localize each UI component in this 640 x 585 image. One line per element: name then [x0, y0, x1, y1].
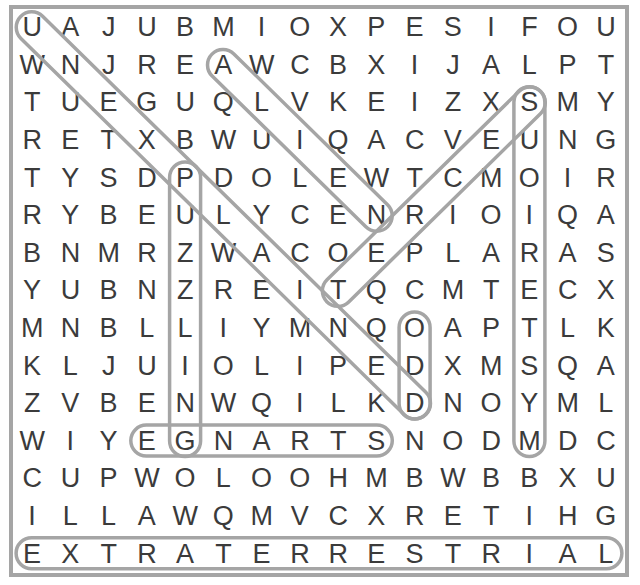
grid-cell-r15c14[interactable]: I [510, 535, 548, 573]
grid-cell-r4c13[interactable]: E [472, 122, 510, 160]
grid-cell-r9c6[interactable]: I [204, 310, 242, 348]
grid-cell-r1c14[interactable]: F [510, 9, 548, 47]
grid-cell-r15c9[interactable]: R [319, 535, 357, 573]
grid-cell-r10c16[interactable]: A [587, 347, 625, 385]
grid-cell-r10c2[interactable]: L [51, 347, 89, 385]
grid-cell-r5c15[interactable]: I [549, 159, 587, 197]
grid-cell-r9c2[interactable]: N [51, 310, 89, 348]
grid-cell-r4c5[interactable]: B [166, 122, 204, 160]
grid-cell-r9c12[interactable]: A [434, 310, 472, 348]
grid-cell-r6c2[interactable]: Y [51, 197, 89, 235]
grid-cell-r11c11[interactable]: D [396, 385, 434, 423]
grid-cell-r8c15[interactable]: C [549, 272, 587, 310]
grid-cell-r5c14[interactable]: O [510, 159, 548, 197]
grid-cell-r11c14[interactable]: Y [510, 385, 548, 423]
grid-cell-r4c4[interactable]: X [128, 122, 166, 160]
grid-cell-r15c1[interactable]: E [13, 535, 51, 573]
grid-cell-r12c14[interactable]: M [510, 423, 548, 461]
grid-cell-r14c11[interactable]: R [396, 498, 434, 536]
grid-cell-r14c5[interactable]: W [166, 498, 204, 536]
grid-cell-r13c9[interactable]: H [319, 460, 357, 498]
grid-cell-r5c8[interactable]: L [281, 159, 319, 197]
grid-cell-r10c12[interactable]: X [434, 347, 472, 385]
grid-cell-r7c2[interactable]: N [51, 235, 89, 273]
grid-cell-r2c4[interactable]: R [128, 47, 166, 85]
grid-cell-r1c16[interactable]: U [587, 9, 625, 47]
grid-cell-r10c5[interactable]: I [166, 347, 204, 385]
grid-cell-r3c2[interactable]: U [51, 84, 89, 122]
grid-cell-r14c1[interactable]: I [13, 498, 51, 536]
grid-cell-r14c4[interactable]: A [128, 498, 166, 536]
grid-cell-r9c13[interactable]: P [472, 310, 510, 348]
grid-cell-r2c5[interactable]: E [166, 47, 204, 85]
grid-cell-r5c7[interactable]: O [243, 159, 281, 197]
grid-cell-r8c5[interactable]: Z [166, 272, 204, 310]
grid-cell-r11c6[interactable]: W [204, 385, 242, 423]
grid-cell-r2c3[interactable]: J [90, 47, 128, 85]
grid-cell-r10c9[interactable]: P [319, 347, 357, 385]
grid-cell-r13c10[interactable]: M [357, 460, 395, 498]
grid-cell-r5c10[interactable]: W [357, 159, 395, 197]
grid-cell-r10c8[interactable]: I [281, 347, 319, 385]
grid-cell-r4c15[interactable]: N [549, 122, 587, 160]
grid-cell-r1c9[interactable]: X [319, 9, 357, 47]
grid-cell-r2c15[interactable]: P [549, 47, 587, 85]
grid-cell-r12c8[interactable]: R [281, 423, 319, 461]
grid-cell-r5c9[interactable]: E [319, 159, 357, 197]
grid-cell-r14c12[interactable]: E [434, 498, 472, 536]
grid-cell-r12c1[interactable]: W [13, 423, 51, 461]
grid-cell-r15c4[interactable]: R [128, 535, 166, 573]
grid-cell-r4c12[interactable]: V [434, 122, 472, 160]
grid-cell-r5c12[interactable]: C [434, 159, 472, 197]
grid-cell-r6c5[interactable]: U [166, 197, 204, 235]
grid-cell-r1c11[interactable]: E [396, 9, 434, 47]
grid-cell-r7c5[interactable]: Z [166, 235, 204, 273]
grid-cell-r2c14[interactable]: L [510, 47, 548, 85]
grid-cell-r10c10[interactable]: E [357, 347, 395, 385]
grid-cell-r7c9[interactable]: O [319, 235, 357, 273]
grid-cell-r13c12[interactable]: W [434, 460, 472, 498]
grid-cell-r3c7[interactable]: L [243, 84, 281, 122]
grid-cell-r4c1[interactable]: R [13, 122, 51, 160]
grid-cell-r11c1[interactable]: Z [13, 385, 51, 423]
grid-cell-r6c6[interactable]: L [204, 197, 242, 235]
grid-cell-r14c13[interactable]: T [472, 498, 510, 536]
grid-cell-r10c6[interactable]: O [204, 347, 242, 385]
grid-cell-r7c15[interactable]: A [549, 235, 587, 273]
grid-cell-r9c11[interactable]: O [396, 310, 434, 348]
puzzle-board: UAJUBMIOXPESIFOUWNJREAWCBXIJALPTTUEGUQLV… [9, 5, 629, 577]
grid-cell-r9c16[interactable]: K [587, 310, 625, 348]
grid-cell-r8c1[interactable]: Y [13, 272, 51, 310]
grid-cell-r14c9[interactable]: C [319, 498, 357, 536]
grid-cell-r13c16[interactable]: U [587, 460, 625, 498]
grid-cell-r11c9[interactable]: L [319, 385, 357, 423]
grid-cell-r4c3[interactable]: T [90, 122, 128, 160]
grid-cell-r7c11[interactable]: P [396, 235, 434, 273]
grid-cell-r14c6[interactable]: Q [204, 498, 242, 536]
grid-cell-r2c6[interactable]: A [204, 47, 242, 85]
grid-cell-r13c14[interactable]: B [510, 460, 548, 498]
grid-cell-r12c12[interactable]: O [434, 423, 472, 461]
grid-cell-r4c10[interactable]: A [357, 122, 395, 160]
grid-cell-r4c14[interactable]: U [510, 122, 548, 160]
grid-cell-r2c12[interactable]: J [434, 47, 472, 85]
grid-cell-r14c2[interactable]: L [51, 498, 89, 536]
grid-cell-r12c2[interactable]: I [51, 423, 89, 461]
grid-cell-r11c13[interactable]: O [472, 385, 510, 423]
grid-cell-r3c9[interactable]: K [319, 84, 357, 122]
grid-cell-r2c8[interactable]: C [281, 47, 319, 85]
grid-cell-r9c5[interactable]: L [166, 310, 204, 348]
grid-cell-r11c3[interactable]: B [90, 385, 128, 423]
grid-cell-r11c10[interactable]: K [357, 385, 395, 423]
grid-cell-r6c3[interactable]: B [90, 197, 128, 235]
grid-cell-r14c7[interactable]: M [243, 498, 281, 536]
grid-cell-r3c1[interactable]: T [13, 84, 51, 122]
grid-cell-r2c13[interactable]: A [472, 47, 510, 85]
grid-cell-r12c13[interactable]: D [472, 423, 510, 461]
grid-cell-r9c10[interactable]: Q [357, 310, 395, 348]
grid-cell-r11c15[interactable]: M [549, 385, 587, 423]
grid-cell-r11c2[interactable]: V [51, 385, 89, 423]
grid-cell-r3c15[interactable]: M [549, 84, 587, 122]
grid-cell-r6c11[interactable]: R [396, 197, 434, 235]
grid-cell-r2c2[interactable]: N [51, 47, 89, 85]
grid-cell-r3c10[interactable]: E [357, 84, 395, 122]
grid-cell-r15c8[interactable]: R [281, 535, 319, 573]
grid-cell-r10c1[interactable]: K [13, 347, 51, 385]
grid-cell-r3c12[interactable]: Z [434, 84, 472, 122]
grid-cell-r13c8[interactable]: O [281, 460, 319, 498]
grid-cell-r14c14[interactable]: I [510, 498, 548, 536]
grid-cell-r9c7[interactable]: Y [243, 310, 281, 348]
grid-cell-r9c15[interactable]: L [549, 310, 587, 348]
grid-cell-r6c12[interactable]: I [434, 197, 472, 235]
grid-cell-r3c5[interactable]: U [166, 84, 204, 122]
grid-cell-r10c15[interactable]: Q [549, 347, 587, 385]
grid-cell-r7c6[interactable]: W [204, 235, 242, 273]
grid-cell-r7c3[interactable]: M [90, 235, 128, 273]
grid-cell-r7c7[interactable]: A [243, 235, 281, 273]
grid-cell-r12c9[interactable]: T [319, 423, 357, 461]
grid-cell-r2c11[interactable]: I [396, 47, 434, 85]
grid-cell-r5c11[interactable]: T [396, 159, 434, 197]
grid-cell-r1c13[interactable]: I [472, 9, 510, 47]
grid-cell-r11c12[interactable]: N [434, 385, 472, 423]
grid-cell-r5c13[interactable]: M [472, 159, 510, 197]
grid-cell-r15c5[interactable]: A [166, 535, 204, 573]
grid-cell-r5c16[interactable]: R [587, 159, 625, 197]
grid-cell-r2c7[interactable]: W [243, 47, 281, 85]
grid-cell-r9c14[interactable]: T [510, 310, 548, 348]
grid-cell-r8c10[interactable]: Q [357, 272, 395, 310]
grid-cell-r5c1[interactable]: T [13, 159, 51, 197]
grid-cell-r8c12[interactable]: M [434, 272, 472, 310]
grid-cell-r3c11[interactable]: I [396, 84, 434, 122]
grid-cell-r13c15[interactable]: X [549, 460, 587, 498]
grid-cell-r8c2[interactable]: U [51, 272, 89, 310]
grid-cell-r11c7[interactable]: Q [243, 385, 281, 423]
grid-cell-r10c14[interactable]: S [510, 347, 548, 385]
grid-cell-r8c16[interactable]: X [587, 272, 625, 310]
grid-cell-r8c4[interactable]: N [128, 272, 166, 310]
grid-cell-r10c4[interactable]: U [128, 347, 166, 385]
grid-cell-r15c15[interactable]: A [549, 535, 587, 573]
grid-cell-r10c3[interactable]: J [90, 347, 128, 385]
grid-cell-r6c15[interactable]: Q [549, 197, 587, 235]
grid-cell-r4c2[interactable]: E [51, 122, 89, 160]
grid-cell-r13c6[interactable]: L [204, 460, 242, 498]
grid-cell-r3c4[interactable]: G [128, 84, 166, 122]
grid-cell-r1c15[interactable]: O [549, 9, 587, 47]
grid-cell-r8c14[interactable]: E [510, 272, 548, 310]
grid-cell-r9c9[interactable]: N [319, 310, 357, 348]
grid-cell-r1c10[interactable]: P [357, 9, 395, 47]
grid-cell-r1c1[interactable]: U [13, 9, 51, 47]
grid-cell-r6c10[interactable]: N [357, 197, 395, 235]
grid-cell-r6c14[interactable]: I [510, 197, 548, 235]
grid-cell-r1c3[interactable]: J [90, 9, 128, 47]
grid-cell-r4c8[interactable]: I [281, 122, 319, 160]
grid-cell-r5c4[interactable]: D [128, 159, 166, 197]
grid-cell-r7c8[interactable]: C [281, 235, 319, 273]
grid-cell-r11c5[interactable]: N [166, 385, 204, 423]
grid-cell-r15c10[interactable]: E [357, 535, 395, 573]
grid-cell-r15c16[interactable]: L [587, 535, 625, 573]
grid-cell-r1c8[interactable]: O [281, 9, 319, 47]
grid-cell-r14c16[interactable]: G [587, 498, 625, 536]
grid-cell-r13c5[interactable]: O [166, 460, 204, 498]
grid-cell-r4c6[interactable]: W [204, 122, 242, 160]
grid-cell-r14c10[interactable]: X [357, 498, 395, 536]
grid-cell-r7c1[interactable]: B [13, 235, 51, 273]
grid-cell-r1c2[interactable]: A [51, 9, 89, 47]
grid-cell-r9c4[interactable]: L [128, 310, 166, 348]
grid-cell-r15c6[interactable]: T [204, 535, 242, 573]
grid-cell-r6c1[interactable]: R [13, 197, 51, 235]
grid-cell-r1c4[interactable]: U [128, 9, 166, 47]
grid-cell-r13c4[interactable]: W [128, 460, 166, 498]
grid-cell-r4c7[interactable]: U [243, 122, 281, 160]
grid-cell-r12c6[interactable]: N [204, 423, 242, 461]
grid-cell-r2c10[interactable]: X [357, 47, 395, 85]
grid-cell-r3c6[interactable]: Q [204, 84, 242, 122]
grid-cell-r9c3[interactable]: B [90, 310, 128, 348]
grid-cell-r5c5[interactable]: P [166, 159, 204, 197]
grid-cell-r6c13[interactable]: O [472, 197, 510, 235]
grid-cell-r2c9[interactable]: B [319, 47, 357, 85]
grid-cell-r10c7[interactable]: L [243, 347, 281, 385]
grid-cell-r7c14[interactable]: R [510, 235, 548, 273]
grid-cell-r2c1[interactable]: W [13, 47, 51, 85]
grid-cell-r7c12[interactable]: L [434, 235, 472, 273]
grid-cell-r11c16[interactable]: L [587, 385, 625, 423]
grid-cell-r1c7[interactable]: I [243, 9, 281, 47]
grid-cell-r12c10[interactable]: S [357, 423, 395, 461]
grid-cell-r13c7[interactable]: O [243, 460, 281, 498]
grid-cell-r6c9[interactable]: E [319, 197, 357, 235]
grid-cell-r7c10[interactable]: E [357, 235, 395, 273]
grid-cell-r12c15[interactable]: D [549, 423, 587, 461]
grid-cell-r5c3[interactable]: S [90, 159, 128, 197]
grid-cell-r7c13[interactable]: A [472, 235, 510, 273]
grid-cell-r10c13[interactable]: M [472, 347, 510, 385]
grid-cell-r12c5[interactable]: G [166, 423, 204, 461]
grid-cell-r5c6[interactable]: D [204, 159, 242, 197]
grid-cell-r6c4[interactable]: E [128, 197, 166, 235]
grid-cell-r3c3[interactable]: E [90, 84, 128, 122]
grid-cell-r13c1[interactable]: C [13, 460, 51, 498]
grid-cell-r13c2[interactable]: U [51, 460, 89, 498]
grid-cell-r4c11[interactable]: C [396, 122, 434, 160]
grid-cell-r6c7[interactable]: Y [243, 197, 281, 235]
grid-cell-r12c16[interactable]: C [587, 423, 625, 461]
grid-cell-r8c3[interactable]: B [90, 272, 128, 310]
grid-cell-r15c12[interactable]: T [434, 535, 472, 573]
grid-cell-r8c13[interactable]: T [472, 272, 510, 310]
grid-cell-r3c14[interactable]: S [510, 84, 548, 122]
grid-cell-r2c16[interactable]: T [587, 47, 625, 85]
grid-cell-r12c7[interactable]: A [243, 423, 281, 461]
grid-cell-r8c6[interactable]: R [204, 272, 242, 310]
grid-cell-r6c8[interactable]: C [281, 197, 319, 235]
grid-cell-r7c16[interactable]: S [587, 235, 625, 273]
grid-cell-r9c8[interactable]: M [281, 310, 319, 348]
grid-cell-r8c7[interactable]: E [243, 272, 281, 310]
grid-cell-r1c5[interactable]: B [166, 9, 204, 47]
grid-cell-r4c16[interactable]: G [587, 122, 625, 160]
grid-cell-r12c11[interactable]: N [396, 423, 434, 461]
grid-cell-r4c9[interactable]: Q [319, 122, 357, 160]
grid-cell-r12c3[interactable]: Y [90, 423, 128, 461]
grid-cell-r8c9[interactable]: T [319, 272, 357, 310]
grid-cell-r8c8[interactable]: I [281, 272, 319, 310]
grid-cell-r12c4[interactable]: E [128, 423, 166, 461]
grid-cell-r13c3[interactable]: P [90, 460, 128, 498]
grid-cell-r14c15[interactable]: H [549, 498, 587, 536]
grid-cell-r8c11[interactable]: C [396, 272, 434, 310]
grid-cell-r9c1[interactable]: M [13, 310, 51, 348]
grid-cell-r13c13[interactable]: B [472, 460, 510, 498]
grid-cell-r10c11[interactable]: D [396, 347, 434, 385]
word-search-puzzle: UAJUBMIOXPESIFOUWNJREAWCBXIJALPTTUEGUQLV… [0, 0, 640, 585]
grid-cell-r11c8[interactable]: I [281, 385, 319, 423]
grid-cell-r3c8[interactable]: V [281, 84, 319, 122]
grid-cell-r11c4[interactable]: E [128, 385, 166, 423]
grid-cell-r3c16[interactable]: Y [587, 84, 625, 122]
grid-cell-r15c13[interactable]: R [472, 535, 510, 573]
grid-cell-r15c3[interactable]: T [90, 535, 128, 573]
grid-cell-r1c12[interactable]: S [434, 9, 472, 47]
grid-cell-r14c3[interactable]: L [90, 498, 128, 536]
grid-cell-r5c2[interactable]: Y [51, 159, 89, 197]
grid-cell-r3c13[interactable]: X [472, 84, 510, 122]
grid-cell-r6c16[interactable]: A [587, 197, 625, 235]
grid-cell-r7c4[interactable]: R [128, 235, 166, 273]
grid-cell-r14c8[interactable]: V [281, 498, 319, 536]
letter-grid: UAJUBMIOXPESIFOUWNJREAWCBXIJALPTTUEGUQLV… [13, 9, 625, 573]
grid-cell-r1c6[interactable]: M [204, 9, 242, 47]
grid-cell-r15c2[interactable]: X [51, 535, 89, 573]
grid-cell-r15c11[interactable]: S [396, 535, 434, 573]
grid-cell-r13c11[interactable]: B [396, 460, 434, 498]
grid-cell-r15c7[interactable]: E [243, 535, 281, 573]
